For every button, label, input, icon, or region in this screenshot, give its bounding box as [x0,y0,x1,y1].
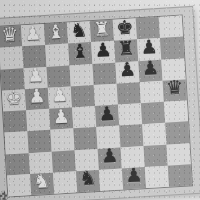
square-a1[interactable] [7,174,31,197]
black-queen-h5[interactable]: ♛ [165,78,183,98]
square-f3[interactable] [119,124,143,147]
square-d6[interactable] [69,64,93,87]
square-a4[interactable] [3,110,27,133]
square-d1[interactable]: ♞ [76,170,100,193]
black-pawn-g6[interactable]: ♟ [141,58,159,78]
board-frame: ···· ♛♟♝♞♜♚♝♟♜♟♟♟♟♚♟♟♛♟♟♟♞♞♟ [0,7,200,200]
square-b3[interactable] [27,130,51,153]
white-rook-e8[interactable]: ♜ [93,19,111,39]
square-d5[interactable] [71,85,95,108]
square-h7[interactable] [160,37,184,60]
square-f4[interactable] [118,103,142,126]
square-h4[interactable] [164,100,188,123]
black-pawn-g7[interactable]: ♟ [140,37,158,57]
square-d4[interactable] [72,106,96,129]
square-h1[interactable] [168,164,192,187]
square-f5[interactable] [117,82,141,105]
square-h3[interactable] [165,122,189,145]
square-f6[interactable]: ♟ [115,61,139,84]
white-king-a5[interactable]: ♚ [5,88,23,108]
black-pawn-e2[interactable]: ♟ [100,146,118,166]
square-h8[interactable] [159,16,183,39]
square-g2[interactable] [144,144,168,167]
square-a2[interactable] [6,153,30,176]
black-bishop-d7[interactable]: ♝ [71,41,89,61]
square-e4[interactable]: ♟ [95,105,119,128]
square-c7[interactable] [45,44,69,67]
white-pawn-c4[interactable]: ♟ [52,106,70,126]
black-knight-d1[interactable]: ♞ [79,168,97,188]
white-queen-a8[interactable]: ♛ [1,24,19,44]
square-h5[interactable]: ♛ [163,79,187,102]
white-pawn-c5[interactable]: ♟ [51,85,69,105]
black-rook-f7[interactable]: ♜ [117,38,135,58]
square-a3[interactable] [4,131,28,154]
chessboard-photo: ···· ♛♟♝♞♜♚♝♟♜♟♟♟♟♚♟♟♛♟♟♟♞♞♟ [0,0,200,200]
square-d7[interactable]: ♝ [68,42,92,65]
square-g4[interactable] [141,102,165,125]
square-f1[interactable]: ♟ [122,167,146,190]
square-a8[interactable]: ♛ [0,25,22,48]
square-b8[interactable]: ♟ [21,24,45,47]
white-pawn-b8[interactable]: ♟ [24,23,42,43]
square-g3[interactable] [142,123,166,146]
square-h2[interactable] [166,143,190,166]
black-knight-d8[interactable]: ♞ [70,20,88,40]
square-c2[interactable] [52,150,76,173]
square-d3[interactable] [73,127,97,150]
white-knight-b1[interactable]: ♞ [33,171,51,191]
square-b4[interactable] [26,109,50,132]
black-pawn-e4[interactable]: ♟ [98,103,116,123]
square-b5[interactable]: ♟ [25,88,49,111]
square-c1[interactable] [53,171,77,194]
black-pawn-f1[interactable]: ♟ [125,166,143,186]
square-g5[interactable] [140,81,164,104]
square-a7[interactable] [0,47,24,70]
square-c4[interactable]: ♟ [49,107,73,130]
square-a5[interactable]: ♚ [2,89,26,112]
black-pawn-e7[interactable]: ♟ [94,40,112,60]
square-e6[interactable] [92,62,116,85]
board-grid: ♛♟♝♞♜♚♝♟♜♟♟♟♟♚♟♟♛♟♟♟♞♞♟ [0,16,192,197]
square-b1[interactable]: ♞ [30,172,54,195]
square-e1[interactable] [99,168,123,191]
square-e7[interactable]: ♟ [91,41,115,64]
black-pawn-f6[interactable]: ♟ [118,60,136,80]
black-king-f8[interactable]: ♚ [116,17,134,37]
square-c3[interactable] [50,129,74,152]
square-g6[interactable]: ♟ [138,59,162,82]
white-bishop-c8[interactable]: ♝ [47,21,65,41]
square-c8[interactable]: ♝ [44,23,68,46]
white-pawn-b5[interactable]: ♟ [28,86,46,106]
square-g1[interactable] [145,165,169,188]
square-e2[interactable]: ♟ [98,147,122,170]
white-pawn-b6[interactable]: ♟ [26,65,44,85]
